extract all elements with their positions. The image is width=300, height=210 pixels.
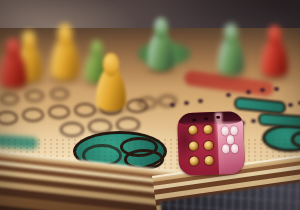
pawn-green-3[interactable] bbox=[218, 23, 244, 75]
die-pip bbox=[205, 156, 214, 165]
pawn-green-2[interactable] bbox=[148, 17, 174, 71]
die-pip bbox=[189, 141, 198, 150]
die-pip bbox=[216, 115, 220, 118]
die-pip bbox=[192, 118, 196, 121]
pawn-head bbox=[224, 23, 238, 44]
die-pip bbox=[230, 126, 237, 135]
pawn-head bbox=[57, 23, 72, 46]
die-pip bbox=[221, 126, 228, 135]
pawn-red-2[interactable] bbox=[261, 25, 288, 77]
pawn-red-1[interactable] bbox=[0, 38, 27, 88]
pawn-yellow-3[interactable] bbox=[96, 53, 126, 111]
die-pip bbox=[226, 135, 233, 144]
die-pip bbox=[204, 117, 208, 120]
die-pip bbox=[204, 125, 213, 134]
pawn-head bbox=[154, 17, 168, 39]
pawn-head bbox=[267, 25, 282, 46]
pawn-head bbox=[5, 38, 20, 58]
pawn-yellow-2[interactable] bbox=[51, 23, 79, 80]
die-pip bbox=[189, 156, 198, 165]
red-die[interactable] bbox=[177, 111, 245, 176]
board-game-photo bbox=[0, 0, 300, 210]
die-pip bbox=[204, 140, 213, 149]
